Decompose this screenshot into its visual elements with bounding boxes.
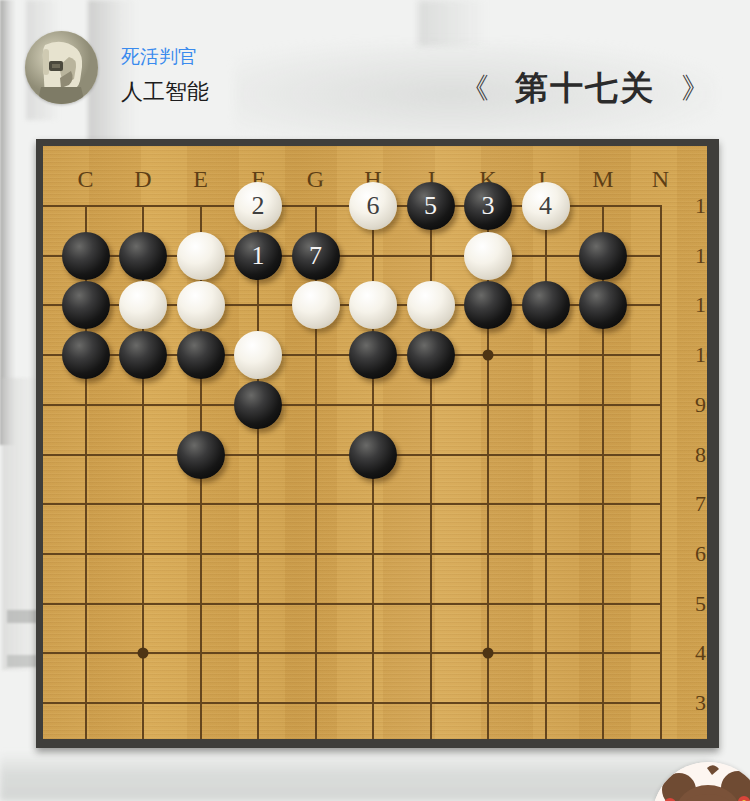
anime-girl-illustration — [652, 762, 750, 801]
stone-white-E11 — [177, 281, 225, 329]
stone-white-D11 — [119, 281, 167, 329]
go-board[interactable]: CDEFGHJKLMN1312111098765432653417 — [36, 139, 719, 748]
stone-black-C12 — [62, 232, 110, 280]
column-label-D: D — [134, 166, 151, 193]
ink-wash-texture — [418, 0, 488, 46]
row-label-8: 8 — [695, 442, 706, 468]
grid-line-col-N — [660, 206, 662, 739]
stone-black-E10 — [177, 331, 225, 379]
stone-black-F12: 1 — [234, 232, 282, 280]
app-subtitle: 人工智能 — [121, 77, 209, 107]
stone-black-D10 — [119, 331, 167, 379]
row-label-5: 5 — [695, 591, 706, 617]
stone-white-E12 — [177, 232, 225, 280]
stone-white-L13: 4 — [522, 182, 570, 230]
stone-white-J11 — [407, 281, 455, 329]
stone-white-K12 — [464, 232, 512, 280]
row-label-6: 6 — [695, 541, 706, 567]
stone-black-C10 — [62, 331, 110, 379]
stone-white-F13: 2 — [234, 182, 282, 230]
stone-black-L11 — [522, 281, 570, 329]
grid-line-row-4 — [43, 652, 662, 654]
stone-black-K13: 3 — [464, 182, 512, 230]
stone-white-F10 — [234, 331, 282, 379]
star-point-K10 — [483, 350, 494, 361]
ink-wash-texture — [0, 0, 16, 445]
column-label-N: N — [652, 166, 669, 193]
stone-black-M11 — [579, 281, 627, 329]
level-title: 第十七关 — [515, 66, 655, 111]
stone-white-H13: 6 — [349, 182, 397, 230]
go-board-grid[interactable]: CDEFGHJKLMN1312111098765432653417 — [43, 146, 707, 739]
stone-white-G11 — [292, 281, 340, 329]
column-label-C: C — [77, 166, 93, 193]
previous-level-button[interactable]: 《 — [460, 74, 489, 103]
row-label-9: 9 — [695, 392, 706, 418]
stone-black-J13: 5 — [407, 182, 455, 230]
row-label-4: 4 — [695, 640, 706, 666]
column-label-E: E — [193, 166, 208, 193]
column-label-M: M — [592, 166, 613, 193]
grid-line-row-3 — [43, 702, 662, 704]
stone-black-G12: 7 — [292, 232, 340, 280]
ink-wash-pillar-texture — [7, 610, 37, 623]
app-avatar-robot — [25, 31, 98, 104]
stone-black-K11 — [464, 281, 512, 329]
stone-black-E8 — [177, 431, 225, 479]
grid-line-row-7 — [43, 503, 662, 505]
ink-wash-texture — [0, 752, 710, 801]
grid-line-row-9 — [43, 404, 662, 406]
next-level-button[interactable]: 》 — [681, 74, 710, 103]
stone-black-H8 — [349, 431, 397, 479]
stone-black-M12 — [579, 232, 627, 280]
star-point-D4 — [138, 648, 149, 659]
row-label-3: 3 — [695, 690, 706, 716]
app-title: 死活判官 — [121, 44, 197, 70]
row-label-12: 12 — [695, 243, 707, 269]
stone-black-J10 — [407, 331, 455, 379]
row-label-11: 11 — [695, 292, 707, 318]
row-label-13: 13 — [695, 193, 707, 219]
row-label-10: 10 — [695, 342, 707, 368]
level-navigation: 《 第十七关 》 — [450, 66, 720, 111]
robot-head-illustration — [25, 31, 98, 104]
ink-wash-pillar-texture — [7, 655, 37, 667]
stone-black-F9 — [234, 381, 282, 429]
stone-white-H11 — [349, 281, 397, 329]
grid-line-row-6 — [43, 553, 662, 555]
grid-line-row-5 — [43, 603, 662, 605]
stone-black-D12 — [119, 232, 167, 280]
stone-black-C11 — [62, 281, 110, 329]
column-label-G: G — [307, 166, 324, 193]
star-point-K4 — [483, 648, 494, 659]
grid-line-col-F — [257, 206, 259, 739]
stone-black-H10 — [349, 331, 397, 379]
assistant-avatar-anime-girl[interactable] — [652, 762, 750, 801]
row-label-7: 7 — [695, 491, 706, 517]
